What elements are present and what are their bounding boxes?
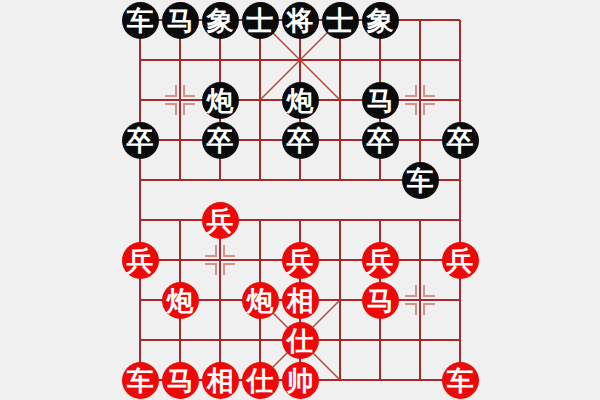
xiangqi-piece-black[interactable]: 马	[162, 2, 199, 39]
xiangqi-piece-red[interactable]: 兵	[122, 242, 159, 279]
xiangqi-piece-red[interactable]: 兵	[442, 242, 479, 279]
xiangqi-piece-red[interactable]: 帅	[282, 362, 319, 399]
xiangqi-piece-black[interactable]: 象	[202, 2, 239, 39]
xiangqi-piece-red[interactable]: 炮	[242, 282, 279, 319]
xiangqi-piece-black[interactable]: 马	[362, 82, 399, 119]
xiangqi-board: 车马象士将士象炮炮马卒卒卒卒卒车兵兵兵兵兵炮炮相马仕车马相仕帅车	[0, 0, 600, 400]
xiangqi-piece-black[interactable]: 炮	[282, 82, 319, 119]
xiangqi-piece-black[interactable]: 士	[242, 2, 279, 39]
xiangqi-piece-red[interactable]: 兵	[362, 242, 399, 279]
xiangqi-piece-black[interactable]: 象	[362, 2, 399, 39]
xiangqi-piece-black[interactable]: 卒	[442, 122, 479, 159]
xiangqi-piece-red[interactable]: 仕	[242, 362, 279, 399]
pieces-layer: 车马象士将士象炮炮马卒卒卒卒卒车兵兵兵兵兵炮炮相马仕车马相仕帅车	[0, 0, 600, 400]
xiangqi-piece-black[interactable]: 卒	[202, 122, 239, 159]
xiangqi-piece-red[interactable]: 马	[162, 362, 199, 399]
xiangqi-piece-red[interactable]: 车	[122, 362, 159, 399]
xiangqi-piece-black[interactable]: 卒	[122, 122, 159, 159]
xiangqi-piece-black[interactable]: 士	[322, 2, 359, 39]
xiangqi-piece-red[interactable]: 炮	[162, 282, 199, 319]
xiangqi-piece-black[interactable]: 将	[282, 2, 319, 39]
xiangqi-piece-red[interactable]: 马	[362, 282, 399, 319]
xiangqi-piece-black[interactable]: 车	[402, 162, 439, 199]
xiangqi-piece-black[interactable]: 炮	[202, 82, 239, 119]
xiangqi-piece-red[interactable]: 兵	[202, 202, 239, 239]
xiangqi-piece-red[interactable]: 车	[442, 362, 479, 399]
xiangqi-piece-black[interactable]: 车	[122, 2, 159, 39]
xiangqi-piece-red[interactable]: 相	[202, 362, 239, 399]
xiangqi-piece-red[interactable]: 相	[282, 282, 319, 319]
xiangqi-piece-red[interactable]: 仕	[282, 322, 319, 359]
xiangqi-piece-black[interactable]: 卒	[362, 122, 399, 159]
xiangqi-piece-black[interactable]: 卒	[282, 122, 319, 159]
xiangqi-piece-red[interactable]: 兵	[282, 242, 319, 279]
